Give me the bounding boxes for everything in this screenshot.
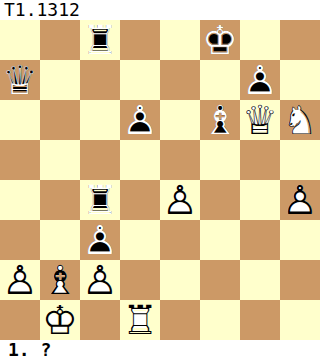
square-d1[interactable]: ♜♖: [120, 300, 160, 340]
square-d2[interactable]: [120, 260, 160, 300]
square-b5[interactable]: [40, 140, 80, 180]
piece-white-knight[interactable]: ♞♘: [280, 100, 320, 140]
square-h1[interactable]: [280, 300, 320, 340]
piece-white-pawn[interactable]: ♟♙: [80, 260, 120, 300]
square-e1[interactable]: [160, 300, 200, 340]
square-d8[interactable]: [120, 20, 160, 60]
square-d6[interactable]: ♟♙: [120, 100, 160, 140]
white-queen-outline: ♕: [240, 100, 280, 140]
square-a7[interactable]: ♛♕: [0, 60, 40, 100]
black-queen-outline: ♕: [0, 60, 40, 100]
square-a4[interactable]: [0, 180, 40, 220]
square-h5[interactable]: [280, 140, 320, 180]
square-b7[interactable]: [40, 60, 80, 100]
piece-white-pawn[interactable]: ♟♙: [0, 260, 40, 300]
piece-black-rook[interactable]: ♜♖: [80, 180, 120, 220]
black-pawn-outline: ♙: [80, 220, 120, 260]
square-b1[interactable]: ♚♔: [40, 300, 80, 340]
square-c8[interactable]: ♜♖: [80, 20, 120, 60]
square-h7[interactable]: [280, 60, 320, 100]
square-d4[interactable]: [120, 180, 160, 220]
square-g1[interactable]: [240, 300, 280, 340]
white-pawn-outline: ♙: [80, 260, 120, 300]
square-g8[interactable]: [240, 20, 280, 60]
square-a8[interactable]: [0, 20, 40, 60]
square-c4[interactable]: ♜♖: [80, 180, 120, 220]
square-f8[interactable]: ♚♔: [200, 20, 240, 60]
square-b2[interactable]: ♝♗: [40, 260, 80, 300]
square-a3[interactable]: [0, 220, 40, 260]
white-pawn-outline: ♙: [0, 260, 40, 300]
square-g7[interactable]: ♟♙: [240, 60, 280, 100]
square-a5[interactable]: [0, 140, 40, 180]
piece-black-rook[interactable]: ♜♖: [80, 20, 120, 60]
square-g6[interactable]: ♛♕: [240, 100, 280, 140]
square-c1[interactable]: [80, 300, 120, 340]
black-rook-outline: ♖: [80, 180, 120, 220]
square-e6[interactable]: [160, 100, 200, 140]
white-knight-outline: ♘: [280, 100, 320, 140]
square-f6[interactable]: ♝♗: [200, 100, 240, 140]
square-d7[interactable]: [120, 60, 160, 100]
black-pawn-outline: ♙: [240, 60, 280, 100]
square-f2[interactable]: [200, 260, 240, 300]
square-b6[interactable]: [40, 100, 80, 140]
square-c2[interactable]: ♟♙: [80, 260, 120, 300]
square-e8[interactable]: [160, 20, 200, 60]
square-c6[interactable]: [80, 100, 120, 140]
square-f4[interactable]: [200, 180, 240, 220]
square-e5[interactable]: [160, 140, 200, 180]
square-b3[interactable]: [40, 220, 80, 260]
square-g3[interactable]: [240, 220, 280, 260]
white-king-outline: ♔: [40, 300, 80, 340]
chess-puzzle-window: T1.1312 ♜♖♚♔♛♕♟♙♟♙♝♗♛♕♞♘♜♖♟♙♟♙♟♙♟♙♝♗♟♙♚♔…: [0, 0, 320, 360]
square-g2[interactable]: [240, 260, 280, 300]
square-h8[interactable]: [280, 20, 320, 60]
piece-white-king[interactable]: ♚♔: [40, 300, 80, 340]
piece-black-king[interactable]: ♚♔: [200, 20, 240, 60]
white-pawn-outline: ♙: [160, 180, 200, 220]
white-pawn-outline: ♙: [280, 180, 320, 220]
square-a6[interactable]: [0, 100, 40, 140]
square-e3[interactable]: [160, 220, 200, 260]
piece-white-queen[interactable]: ♛♕: [240, 100, 280, 140]
square-a2[interactable]: ♟♙: [0, 260, 40, 300]
square-a1[interactable]: [0, 300, 40, 340]
square-h3[interactable]: [280, 220, 320, 260]
piece-black-pawn[interactable]: ♟♙: [240, 60, 280, 100]
square-c7[interactable]: [80, 60, 120, 100]
square-b8[interactable]: [40, 20, 80, 60]
black-king-outline: ♔: [200, 20, 240, 60]
square-f1[interactable]: [200, 300, 240, 340]
square-c5[interactable]: [80, 140, 120, 180]
square-e2[interactable]: [160, 260, 200, 300]
square-d5[interactable]: [120, 140, 160, 180]
square-b4[interactable]: [40, 180, 80, 220]
move-prompt: 1. ?: [0, 340, 320, 360]
black-pawn-outline: ♙: [120, 100, 160, 140]
square-g4[interactable]: [240, 180, 280, 220]
white-bishop-outline: ♗: [40, 260, 80, 300]
square-c3[interactable]: ♟♙: [80, 220, 120, 260]
square-d3[interactable]: [120, 220, 160, 260]
white-rook-outline: ♖: [120, 300, 160, 340]
square-g5[interactable]: [240, 140, 280, 180]
puzzle-title: T1.1312: [0, 0, 320, 20]
square-h4[interactable]: ♟♙: [280, 180, 320, 220]
piece-black-queen[interactable]: ♛♕: [0, 60, 40, 100]
black-bishop-outline: ♗: [200, 100, 240, 140]
piece-white-pawn[interactable]: ♟♙: [160, 180, 200, 220]
piece-black-pawn[interactable]: ♟♙: [120, 100, 160, 140]
square-f3[interactable]: [200, 220, 240, 260]
square-h2[interactable]: [280, 260, 320, 300]
square-f5[interactable]: [200, 140, 240, 180]
square-e7[interactable]: [160, 60, 200, 100]
piece-white-bishop[interactable]: ♝♗: [40, 260, 80, 300]
chess-board: ♜♖♚♔♛♕♟♙♟♙♝♗♛♕♞♘♜♖♟♙♟♙♟♙♟♙♝♗♟♙♚♔♜♖: [0, 20, 320, 340]
black-rook-outline: ♖: [80, 20, 120, 60]
piece-black-bishop[interactable]: ♝♗: [200, 100, 240, 140]
square-f7[interactable]: [200, 60, 240, 100]
square-e4[interactable]: ♟♙: [160, 180, 200, 220]
piece-black-pawn[interactable]: ♟♙: [80, 220, 120, 260]
piece-white-pawn[interactable]: ♟♙: [280, 180, 320, 220]
square-h6[interactable]: ♞♘: [280, 100, 320, 140]
piece-white-rook[interactable]: ♜♖: [120, 300, 160, 340]
